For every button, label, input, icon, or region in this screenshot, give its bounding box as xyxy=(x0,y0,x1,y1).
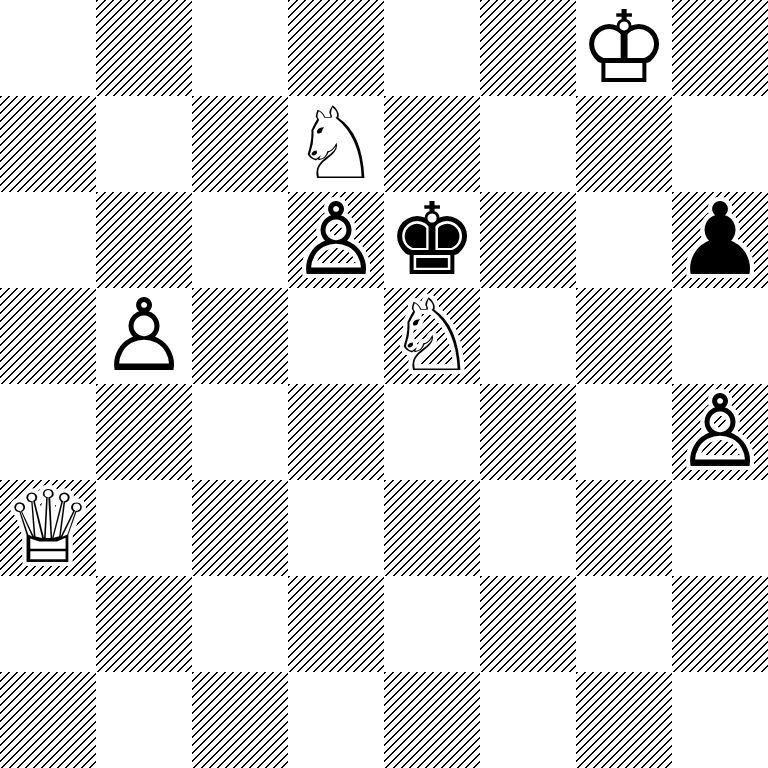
square-g7[interactable] xyxy=(576,96,672,192)
square-e8[interactable] xyxy=(384,0,480,96)
square-g2[interactable] xyxy=(576,576,672,672)
square-c3[interactable] xyxy=(192,480,288,576)
square-a8[interactable] xyxy=(0,0,96,96)
square-e7[interactable] xyxy=(384,96,480,192)
square-d3[interactable] xyxy=(288,480,384,576)
square-g4[interactable] xyxy=(576,384,672,480)
square-e2[interactable] xyxy=(384,576,480,672)
piece-white-pawn[interactable]: ♙ xyxy=(675,384,765,480)
square-h4[interactable]: ♙ xyxy=(672,384,768,480)
square-c7[interactable] xyxy=(192,96,288,192)
square-b3[interactable] xyxy=(96,480,192,576)
square-b7[interactable] xyxy=(96,96,192,192)
square-g1[interactable] xyxy=(576,672,672,768)
square-b5[interactable]: ♙ xyxy=(96,288,192,384)
square-d4[interactable] xyxy=(288,384,384,480)
piece-white-pawn[interactable]: ♙ xyxy=(291,192,381,288)
square-b6[interactable] xyxy=(96,192,192,288)
square-h2[interactable] xyxy=(672,576,768,672)
square-d8[interactable] xyxy=(288,0,384,96)
square-c5[interactable] xyxy=(192,288,288,384)
piece-black-king[interactable]: ♚ xyxy=(387,192,477,288)
square-h7[interactable] xyxy=(672,96,768,192)
piece-white-knight[interactable]: ♘ xyxy=(291,96,381,192)
square-a4[interactable] xyxy=(0,384,96,480)
square-f3[interactable] xyxy=(480,480,576,576)
square-b1[interactable] xyxy=(96,672,192,768)
square-f1[interactable] xyxy=(480,672,576,768)
square-d7[interactable]: ♘ xyxy=(288,96,384,192)
square-e1[interactable] xyxy=(384,672,480,768)
square-a7[interactable] xyxy=(0,96,96,192)
square-a3[interactable]: ♕ xyxy=(0,480,96,576)
square-d6[interactable]: ♙ xyxy=(288,192,384,288)
piece-white-queen[interactable]: ♕ xyxy=(3,480,93,576)
square-b2[interactable] xyxy=(96,576,192,672)
square-b8[interactable] xyxy=(96,0,192,96)
square-c4[interactable] xyxy=(192,384,288,480)
square-a5[interactable] xyxy=(0,288,96,384)
square-c1[interactable] xyxy=(192,672,288,768)
square-f7[interactable] xyxy=(480,96,576,192)
square-g3[interactable] xyxy=(576,480,672,576)
square-a1[interactable] xyxy=(0,672,96,768)
square-f8[interactable] xyxy=(480,0,576,96)
square-f2[interactable] xyxy=(480,576,576,672)
square-a2[interactable] xyxy=(0,576,96,672)
square-g8[interactable]: ♔ xyxy=(576,0,672,96)
piece-black-pawn[interactable]: ♟ xyxy=(675,192,765,288)
piece-white-knight[interactable]: ♘ xyxy=(387,288,477,384)
square-c6[interactable] xyxy=(192,192,288,288)
square-f5[interactable] xyxy=(480,288,576,384)
piece-white-king[interactable]: ♔ xyxy=(579,0,669,96)
square-g6[interactable] xyxy=(576,192,672,288)
square-h5[interactable] xyxy=(672,288,768,384)
chess-board: ♔♘♙♚♟♙♘♙♕ xyxy=(0,0,768,768)
square-d1[interactable] xyxy=(288,672,384,768)
square-b4[interactable] xyxy=(96,384,192,480)
square-h1[interactable] xyxy=(672,672,768,768)
square-e6[interactable]: ♚ xyxy=(384,192,480,288)
piece-white-pawn[interactable]: ♙ xyxy=(99,288,189,384)
square-g5[interactable] xyxy=(576,288,672,384)
square-h6[interactable]: ♟ xyxy=(672,192,768,288)
square-f6[interactable] xyxy=(480,192,576,288)
square-a6[interactable] xyxy=(0,192,96,288)
square-d2[interactable] xyxy=(288,576,384,672)
square-e4[interactable] xyxy=(384,384,480,480)
square-e5[interactable]: ♘ xyxy=(384,288,480,384)
square-e3[interactable] xyxy=(384,480,480,576)
square-c8[interactable] xyxy=(192,0,288,96)
square-h3[interactable] xyxy=(672,480,768,576)
square-h8[interactable] xyxy=(672,0,768,96)
square-c2[interactable] xyxy=(192,576,288,672)
square-f4[interactable] xyxy=(480,384,576,480)
square-d5[interactable] xyxy=(288,288,384,384)
